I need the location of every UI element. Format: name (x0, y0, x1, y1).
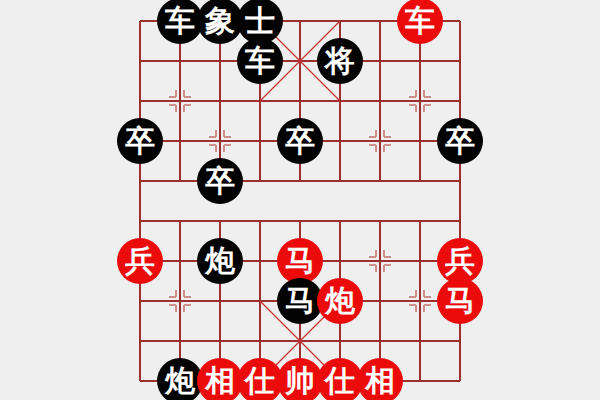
piece-red-cannon[interactable]: 炮 (317, 278, 363, 324)
piece-red-chariot[interactable]: 车 (397, 0, 443, 44)
piece-red-soldier[interactable]: 兵 (117, 238, 163, 284)
xiangqi-board: 车象士车车将卒卒卒卒兵炮马兵马炮马炮相仕帅仕相 (120, 1, 480, 400)
piece-black-soldier[interactable]: 卒 (437, 118, 483, 164)
xiangqi-app-screen: 车象士车车将卒卒卒卒兵炮马兵马炮马炮相仕帅仕相 (0, 0, 600, 400)
piece-black-general[interactable]: 将 (317, 38, 363, 84)
piece-black-soldier[interactable]: 卒 (277, 118, 323, 164)
piece-black-soldier[interactable]: 卒 (197, 158, 243, 204)
piece-black-cannon[interactable]: 炮 (197, 238, 243, 284)
piece-black-chariot[interactable]: 车 (237, 38, 283, 84)
piece-black-soldier[interactable]: 卒 (117, 118, 163, 164)
piece-red-horse[interactable]: 马 (437, 278, 483, 324)
piece-red-elephant[interactable]: 相 (357, 358, 403, 400)
